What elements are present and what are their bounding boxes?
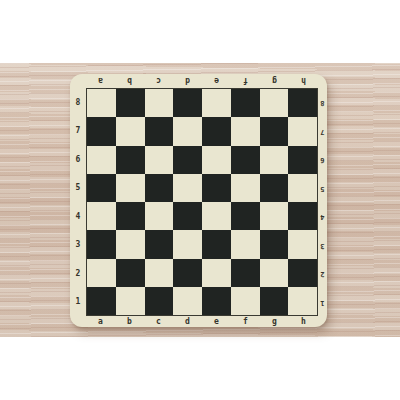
rank-label-left-7: 7	[70, 117, 86, 146]
square-d5[interactable]	[173, 174, 202, 202]
square-e3[interactable]	[202, 230, 231, 258]
square-g6[interactable]	[260, 146, 289, 174]
file-label-bottom-c: c	[144, 316, 173, 327]
square-f8[interactable]	[231, 89, 260, 117]
file-label-bottom-f: f	[231, 316, 260, 327]
file-label-top-c: c	[144, 74, 173, 88]
square-b8[interactable]	[116, 89, 145, 117]
square-h2[interactable]	[288, 259, 317, 287]
square-b5[interactable]	[116, 174, 145, 202]
rank-label-right-2: 2	[318, 259, 327, 288]
square-h1[interactable]	[288, 287, 317, 315]
square-d4[interactable]	[173, 202, 202, 230]
rank-label-right-4: 4	[318, 202, 327, 231]
rank-labels-left: 87654321	[70, 88, 86, 316]
rank-label-right-3: 3	[318, 231, 327, 260]
file-label-bottom-g: g	[260, 316, 289, 327]
square-c6[interactable]	[145, 146, 174, 174]
square-a6[interactable]	[87, 146, 116, 174]
square-g2[interactable]	[260, 259, 289, 287]
square-e1[interactable]	[202, 287, 231, 315]
rank-label-left-4: 4	[70, 202, 86, 231]
rank-label-right-5: 5	[318, 174, 327, 203]
file-labels-top: abcdefgh	[86, 74, 318, 88]
square-f3[interactable]	[231, 230, 260, 258]
file-label-top-e: e	[202, 74, 231, 88]
square-c3[interactable]	[145, 230, 174, 258]
square-a1[interactable]	[87, 287, 116, 315]
photo-scene: abcdefgh 87654321 87654321 abcdefgh	[0, 0, 400, 400]
square-e5[interactable]	[202, 174, 231, 202]
square-a5[interactable]	[87, 174, 116, 202]
square-d6[interactable]	[173, 146, 202, 174]
rank-label-left-3: 3	[70, 231, 86, 260]
square-a4[interactable]	[87, 202, 116, 230]
square-e4[interactable]	[202, 202, 231, 230]
file-label-top-h: h	[289, 74, 318, 88]
square-c4[interactable]	[145, 202, 174, 230]
file-label-bottom-e: e	[202, 316, 231, 327]
file-label-top-b: b	[115, 74, 144, 88]
square-e2[interactable]	[202, 259, 231, 287]
play-area	[86, 88, 318, 316]
rank-label-right-1: 1	[318, 288, 327, 317]
square-a8[interactable]	[87, 89, 116, 117]
square-g8[interactable]	[260, 89, 289, 117]
chess-board-mat: abcdefgh 87654321 87654321 abcdefgh	[70, 74, 327, 327]
file-label-top-a: a	[86, 74, 115, 88]
square-f1[interactable]	[231, 287, 260, 315]
square-f7[interactable]	[231, 117, 260, 145]
rank-label-right-6: 6	[318, 145, 327, 174]
square-f5[interactable]	[231, 174, 260, 202]
file-label-bottom-a: a	[86, 316, 115, 327]
square-h5[interactable]	[288, 174, 317, 202]
square-c5[interactable]	[145, 174, 174, 202]
square-a7[interactable]	[87, 117, 116, 145]
square-d3[interactable]	[173, 230, 202, 258]
square-b6[interactable]	[116, 146, 145, 174]
square-e7[interactable]	[202, 117, 231, 145]
square-c2[interactable]	[145, 259, 174, 287]
square-a3[interactable]	[87, 230, 116, 258]
square-b1[interactable]	[116, 287, 145, 315]
file-label-bottom-h: h	[289, 316, 318, 327]
square-b7[interactable]	[116, 117, 145, 145]
rank-label-left-6: 6	[70, 145, 86, 174]
square-h7[interactable]	[288, 117, 317, 145]
square-b2[interactable]	[116, 259, 145, 287]
rank-label-right-8: 8	[318, 88, 327, 117]
file-labels-bottom: abcdefgh	[86, 316, 318, 327]
rank-label-left-2: 2	[70, 259, 86, 288]
square-g4[interactable]	[260, 202, 289, 230]
square-c1[interactable]	[145, 287, 174, 315]
square-g5[interactable]	[260, 174, 289, 202]
file-label-top-d: d	[173, 74, 202, 88]
rank-label-right-7: 7	[318, 117, 327, 146]
file-label-bottom-d: d	[173, 316, 202, 327]
square-h3[interactable]	[288, 230, 317, 258]
file-label-top-g: g	[260, 74, 289, 88]
square-c7[interactable]	[145, 117, 174, 145]
rank-label-left-8: 8	[70, 88, 86, 117]
square-g3[interactable]	[260, 230, 289, 258]
square-f4[interactable]	[231, 202, 260, 230]
square-b3[interactable]	[116, 230, 145, 258]
square-d1[interactable]	[173, 287, 202, 315]
square-d7[interactable]	[173, 117, 202, 145]
square-f6[interactable]	[231, 146, 260, 174]
square-d8[interactable]	[173, 89, 202, 117]
square-e6[interactable]	[202, 146, 231, 174]
square-e8[interactable]	[202, 89, 231, 117]
rank-label-left-5: 5	[70, 174, 86, 203]
square-d2[interactable]	[173, 259, 202, 287]
square-g7[interactable]	[260, 117, 289, 145]
square-h4[interactable]	[288, 202, 317, 230]
square-a2[interactable]	[87, 259, 116, 287]
square-c8[interactable]	[145, 89, 174, 117]
rank-labels-right: 87654321	[318, 88, 327, 316]
square-g1[interactable]	[260, 287, 289, 315]
file-label-bottom-b: b	[115, 316, 144, 327]
square-h6[interactable]	[288, 146, 317, 174]
square-f2[interactable]	[231, 259, 260, 287]
file-label-top-f: f	[231, 74, 260, 88]
square-h8[interactable]	[288, 89, 317, 117]
rank-label-left-1: 1	[70, 288, 86, 317]
square-b4[interactable]	[116, 202, 145, 230]
